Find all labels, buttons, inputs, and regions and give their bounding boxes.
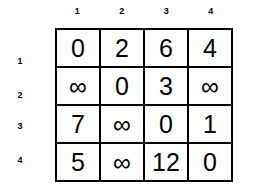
row-header-4: 4 [13,154,27,166]
cell-r4c2: ∞ [101,144,143,180]
row-header-2: 2 [13,89,27,101]
cell-r1c4: 4 [189,30,231,66]
cell-r1c3: 6 [145,30,187,66]
matrix-grid: 0 2 6 4 ∞ 0 3 ∞ 7 ∞ 0 1 5 ∞ 12 0 [55,28,233,182]
cell-r3c4: 1 [189,106,231,142]
row-header-3: 3 [13,120,27,132]
column-header-4: 4 [189,4,234,18]
column-header-2: 2 [100,4,145,18]
cell-r3c1: 7 [57,106,99,142]
column-header-1: 1 [55,4,100,18]
row-header-1: 1 [13,55,27,67]
cell-r4c4: 0 [189,144,231,180]
cell-r3c3: 0 [145,106,187,142]
column-headers: 1 2 3 4 [55,4,233,18]
cell-r2c1: ∞ [57,68,99,104]
cell-r2c2: 0 [101,68,143,104]
cell-r2c3: 3 [145,68,187,104]
cell-r4c3: 12 [145,144,187,180]
cell-r3c2: ∞ [101,106,143,142]
cell-r2c4: ∞ [189,68,231,104]
column-header-3: 3 [144,4,189,18]
cell-r1c2: 2 [101,30,143,66]
cell-r1c1: 0 [57,30,99,66]
cell-r4c1: 5 [57,144,99,180]
